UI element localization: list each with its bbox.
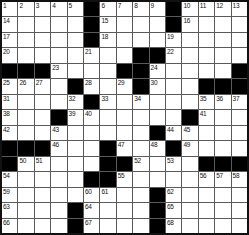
cell-r12c1[interactable]: 54 [2,172,17,186]
cell-r13c4[interactable] [51,188,66,202]
clue-number: 62 [167,188,174,195]
cell-r1c12[interactable]: 10 [182,2,197,16]
cell-r4c4[interactable] [51,48,66,62]
cell-r9c7[interactable] [100,126,115,140]
cell-r3c9[interactable] [133,33,148,47]
cell-r9c6[interactable] [84,126,99,140]
cell-r5c10[interactable]: 24 [150,64,165,78]
cell-r8c5[interactable]: 39 [68,110,83,124]
cell-r12c5[interactable] [68,172,83,186]
clue-number: 6 [101,2,104,9]
block-cell-r11c7 [100,157,115,171]
cell-r14c11[interactable]: 65 [166,203,181,217]
clue-number: 18 [101,33,108,40]
block-cell-r12c6 [84,172,99,186]
cell-r6c8[interactable]: 29 [117,79,132,93]
cell-r15c1[interactable]: 66 [2,219,17,233]
cell-r5c5[interactable] [68,64,83,78]
clue-number: 43 [52,126,59,133]
cell-r1c13[interactable]: 11 [199,2,214,16]
clue-number: 9 [151,2,154,9]
cell-r12c4[interactable] [51,172,66,186]
cell-r7c9[interactable]: 34 [133,95,148,109]
cell-r15c2[interactable] [18,219,33,233]
cell-r7c5[interactable]: 32 [68,95,83,109]
cell-r9c15[interactable] [232,126,247,140]
clue-number: 14 [3,17,10,24]
block-cell-r5c15 [232,64,247,78]
cell-r2c5[interactable] [68,17,83,31]
clue-number: 65 [167,203,174,210]
cell-r5c6[interactable] [84,64,99,78]
cell-r1c15[interactable]: 13 [232,2,247,16]
cell-r9c14[interactable] [215,126,230,140]
cell-r14c12[interactable] [182,203,197,217]
cell-r14c7[interactable] [100,203,115,217]
cell-r2c3[interactable] [35,17,50,31]
block-cell-r11c15 [232,157,247,171]
cell-r8c1[interactable]: 38 [2,110,17,124]
block-cell-r3c6 [84,33,99,47]
cell-r8c11[interactable] [166,110,181,124]
cell-r15c15[interactable] [232,219,247,233]
cell-r10c6[interactable] [84,141,99,155]
clue-number: 28 [85,79,92,86]
cell-r10c15[interactable] [232,141,247,155]
cell-r2c2[interactable] [18,17,33,31]
cell-r15c4[interactable] [51,219,66,233]
cell-r8c15[interactable] [232,110,247,124]
clue-number: 54 [3,172,10,179]
cell-r3c15[interactable] [232,33,247,47]
clue-number: 15 [101,17,108,24]
cell-r10c4[interactable]: 46 [51,141,66,155]
cell-r5c13[interactable] [199,64,214,78]
clue-number: 13 [233,2,240,9]
cell-r14c15[interactable] [232,203,247,217]
cell-r2c4[interactable] [51,17,66,31]
block-cell-r14c10 [150,203,165,217]
block-cell-r13c10 [150,188,165,202]
clue-number: 27 [36,79,43,86]
block-cell-r8c12 [182,110,197,124]
clue-number: 44 [167,126,174,133]
block-cell-r14c5 [68,203,83,217]
cell-r11c12[interactable] [182,157,197,171]
clue-number: 68 [167,219,174,226]
cell-r8c6[interactable]: 40 [84,110,99,124]
cell-r5c11[interactable] [166,64,181,78]
clue-number: 12 [216,2,223,9]
clue-number: 3 [36,2,39,9]
cell-r9c4[interactable]: 43 [51,126,66,140]
cell-r12c11[interactable] [166,172,181,186]
cell-r14c6[interactable]: 64 [84,203,99,217]
cell-r12c9[interactable] [133,172,148,186]
clue-number: 50 [19,157,26,164]
clue-number: 38 [3,110,10,117]
cell-r11c11[interactable]: 53 [166,157,181,171]
block-cell-r6c13 [199,79,214,93]
cell-r2c8[interactable] [117,17,132,31]
clue-number: 61 [101,188,108,195]
cell-r14c3[interactable] [35,203,50,217]
cell-r12c3[interactable] [35,172,50,186]
clue-number: 4 [52,2,55,9]
cell-r7c11[interactable] [166,95,181,109]
cell-r5c12[interactable] [182,64,197,78]
block-cell-r10c2 [18,141,33,155]
cell-r13c7[interactable]: 61 [100,188,115,202]
cell-r6c11[interactable] [166,79,181,93]
block-cell-r5c9 [133,64,148,78]
block-cell-r5c3 [35,64,50,78]
cell-r1c8[interactable]: 7 [117,2,132,16]
cell-r13c1[interactable]: 59 [2,188,17,202]
cell-r4c11[interactable]: 22 [166,48,181,62]
cell-r3c7[interactable]: 18 [100,33,115,47]
cell-r7c12[interactable] [182,95,197,109]
block-cell-r1c6 [84,2,99,16]
cell-r9c13[interactable] [199,126,214,140]
block-cell-r10c11 [166,141,181,155]
cell-r8c9[interactable] [133,110,148,124]
crossword-board: 1234567891011121314151617181920212223242… [0,0,249,235]
block-cell-r5c8 [117,64,132,78]
block-cell-r6c5 [68,79,83,93]
cell-r4c7[interactable] [100,48,115,62]
block-cell-r11c8 [117,157,132,171]
cell-r8c3[interactable] [35,110,50,124]
cell-r4c12[interactable] [182,48,197,62]
block-cell-r4c10 [150,48,165,62]
cell-r15c9[interactable] [133,219,148,233]
clue-number: 55 [118,172,125,179]
cell-r13c8[interactable] [117,188,132,202]
cell-r9c2[interactable] [18,126,33,140]
cell-r3c14[interactable] [215,33,230,47]
cell-r10c9[interactable] [133,141,148,155]
cell-r4c8[interactable] [117,48,132,62]
cell-r13c2[interactable] [18,188,33,202]
clue-number: 51 [36,157,43,164]
cell-r7c7[interactable]: 33 [100,95,115,109]
cell-r8c10[interactable] [150,110,165,124]
clue-number: 46 [52,141,59,148]
cell-r12c10[interactable] [150,172,165,186]
cell-r4c6[interactable]: 21 [84,48,99,62]
clue-number: 26 [19,79,26,86]
cell-r12c2[interactable] [18,172,33,186]
cell-r1c7[interactable]: 6 [100,2,115,16]
cell-r2c9[interactable] [133,17,148,31]
cell-r2c13[interactable] [199,17,214,31]
clue-number: 59 [3,188,10,195]
clue-number: 67 [85,219,92,226]
clue-number: 64 [85,203,92,210]
cell-r15c7[interactable] [100,219,115,233]
cell-r11c5[interactable] [68,157,83,171]
clue-number: 66 [3,219,10,226]
clue-number: 52 [134,157,141,164]
cell-r3c10[interactable] [150,33,165,47]
cell-r2c12[interactable]: 16 [182,17,197,31]
cell-r9c12[interactable]: 45 [182,126,197,140]
crossword-grid: 1234567891011121314151617181920212223242… [0,0,249,235]
clue-number: 17 [3,33,10,40]
cell-r15c3[interactable] [35,219,50,233]
block-cell-r12c7 [100,172,115,186]
clue-number: 11 [200,2,206,9]
cell-r10c12[interactable]: 49 [182,141,197,155]
cell-r4c2[interactable] [18,48,33,62]
cell-r5c14[interactable] [215,64,230,78]
cell-r13c12[interactable] [182,188,197,202]
block-cell-r10c7 [100,141,115,155]
cell-r9c1[interactable]: 42 [2,126,17,140]
cell-r1c2[interactable]: 2 [18,2,33,16]
cell-r10c14[interactable] [215,141,230,155]
block-cell-r15c5 [68,219,83,233]
clue-number: 8 [134,2,137,9]
cell-r3c2[interactable] [18,33,33,47]
cell-r11c9[interactable]: 52 [133,157,148,171]
clue-number: 63 [3,203,10,210]
cell-r8c7[interactable] [100,110,115,124]
cell-r1c4[interactable]: 4 [51,2,66,16]
clue-number: 60 [85,188,92,195]
clue-number: 41 [200,110,207,117]
cell-r8c8[interactable] [117,110,132,124]
cell-r6c12[interactable] [182,79,197,93]
block-cell-r5c2 [18,64,33,78]
cell-r4c13[interactable] [199,48,214,62]
cell-r1c9[interactable]: 8 [133,2,148,16]
cell-r13c6[interactable]: 60 [84,188,99,202]
cell-r11c3[interactable]: 51 [35,157,50,171]
cell-r6c1[interactable]: 25 [2,79,17,93]
cell-r8c14[interactable] [215,110,230,124]
cell-r1c5[interactable]: 5 [68,2,83,16]
clue-number: 56 [200,172,207,179]
block-cell-r6c14 [215,79,230,93]
cell-r10c8[interactable]: 47 [117,141,132,155]
clue-number: 23 [52,64,59,71]
clue-number: 1 [3,2,6,9]
cell-r2c1[interactable]: 14 [2,17,17,31]
clue-number: 16 [183,17,190,24]
cell-r9c11[interactable]: 44 [166,126,181,140]
clue-number: 2 [19,2,22,9]
cell-r14c9[interactable] [133,203,148,217]
clue-number: 45 [183,126,190,133]
block-cell-r8c4 [51,110,66,124]
cell-r7c2[interactable] [18,95,33,109]
cell-r11c6[interactable] [84,157,99,171]
cell-r13c15[interactable] [232,188,247,202]
clue-number: 57 [216,172,223,179]
clue-number: 48 [151,141,158,148]
cell-r6c10[interactable]: 30 [150,79,165,93]
cell-r15c6[interactable]: 67 [84,219,99,233]
block-cell-r2c11 [166,17,181,31]
clue-number: 47 [118,141,125,148]
cell-r12c13[interactable]: 56 [199,172,214,186]
cell-r13c13[interactable] [199,188,214,202]
cell-r13c11[interactable]: 62 [166,188,181,202]
clue-number: 37 [233,95,240,102]
cell-r10c13[interactable] [199,141,214,155]
clue-number: 22 [167,48,174,55]
cell-r13c5[interactable] [68,188,83,202]
block-cell-r15c10 [150,219,165,233]
cell-r12c14[interactable]: 57 [215,172,230,186]
cell-r12c15[interactable]: 58 [232,172,247,186]
clue-number: 42 [3,126,10,133]
block-cell-r10c1 [2,141,17,155]
cell-r3c3[interactable] [35,33,50,47]
cell-r13c9[interactable] [133,188,148,202]
block-cell-r11c13 [199,157,214,171]
cell-r3c4[interactable] [51,33,66,47]
cell-r7c8[interactable] [117,95,132,109]
block-cell-r11c1 [2,157,17,171]
cell-r14c14[interactable] [215,203,230,217]
cell-r7c4[interactable] [51,95,66,109]
block-cell-r7c6 [84,95,99,109]
cell-r4c14[interactable] [215,48,230,62]
cell-r1c10[interactable]: 9 [150,2,165,16]
cell-r4c1[interactable]: 20 [2,48,17,62]
cell-r2c15[interactable] [232,17,247,31]
cell-r3c11[interactable]: 19 [166,33,181,47]
cell-r15c12[interactable] [182,219,197,233]
clue-number: 19 [167,33,174,40]
cell-r7c14[interactable]: 36 [215,95,230,109]
clue-number: 58 [233,172,240,179]
clue-number: 10 [183,2,190,9]
block-cell-r6c15 [232,79,247,93]
cell-r2c7[interactable]: 15 [100,17,115,31]
cell-r14c2[interactable] [18,203,33,217]
cell-r7c3[interactable] [35,95,50,109]
cell-r14c4[interactable] [51,203,66,217]
cell-r15c13[interactable] [199,219,214,233]
cell-r2c10[interactable] [150,17,165,31]
cell-r11c4[interactable] [51,157,66,171]
cell-r5c7[interactable] [100,64,115,78]
cell-r11c2[interactable]: 50 [18,157,33,171]
cell-r15c11[interactable]: 68 [166,219,181,233]
cell-r9c3[interactable] [35,126,50,140]
cell-r1c14[interactable]: 12 [215,2,230,16]
clue-number: 53 [167,157,174,164]
cell-r7c10[interactable] [150,95,165,109]
cell-r14c8[interactable] [117,203,132,217]
clue-number: 33 [101,95,108,102]
cell-r8c13[interactable]: 41 [199,110,214,124]
block-cell-r1c11 [166,2,181,16]
cell-r12c12[interactable] [182,172,197,186]
cell-r7c15[interactable]: 37 [232,95,247,109]
clue-number: 34 [134,95,141,102]
clue-number: 35 [200,95,207,102]
cell-r4c5[interactable] [68,48,83,62]
cell-r12c8[interactable]: 55 [117,172,132,186]
cell-r15c8[interactable] [117,219,132,233]
block-cell-r2c6 [84,17,99,31]
cell-r9c9[interactable] [133,126,148,140]
cell-r6c4[interactable] [51,79,66,93]
cell-r3c12[interactable] [182,33,197,47]
cell-r11c10[interactable] [150,157,165,171]
clue-number: 40 [85,110,92,117]
cell-r6c2[interactable]: 26 [18,79,33,93]
clue-number: 29 [118,79,125,86]
cell-r5c4[interactable]: 23 [51,64,66,78]
cell-r4c15[interactable] [232,48,247,62]
cell-r9c5[interactable] [68,126,83,140]
block-cell-r10c3 [35,141,50,155]
block-cell-r6c9 [133,79,148,93]
clue-number: 24 [151,64,158,71]
cell-r6c6[interactable]: 28 [84,79,99,93]
clue-number: 5 [69,2,72,9]
cell-r10c5[interactable] [68,141,83,155]
cell-r13c3[interactable] [35,188,50,202]
cell-r13c14[interactable] [215,188,230,202]
clue-number: 36 [216,95,223,102]
cell-r1c1[interactable]: 1 [2,2,17,16]
cell-r7c1[interactable]: 31 [2,95,17,109]
cell-r3c13[interactable] [199,33,214,47]
clue-number: 21 [85,48,92,55]
cell-r7c13[interactable]: 35 [199,95,214,109]
block-cell-r9c10 [150,126,165,140]
cell-r3c8[interactable] [117,33,132,47]
cell-r1c3[interactable]: 3 [35,2,50,16]
cell-r2c14[interactable] [215,17,230,31]
block-cell-r4c9 [133,48,148,62]
cell-r6c3[interactable]: 27 [35,79,50,93]
cell-r4c3[interactable] [35,48,50,62]
cell-r3c5[interactable] [68,33,83,47]
clue-number: 7 [118,2,121,9]
cell-r6c7[interactable] [100,79,115,93]
clue-number: 31 [3,95,10,102]
cell-r3c1[interactable]: 17 [2,33,17,47]
clue-number: 25 [3,79,10,86]
block-cell-r11c14 [215,157,230,171]
cell-r9c8[interactable] [117,126,132,140]
clue-number: 20 [3,48,10,55]
clue-number: 49 [183,141,190,148]
cell-r14c13[interactable] [199,203,214,217]
cell-r8c2[interactable] [18,110,33,124]
cell-r15c14[interactable] [215,219,230,233]
clue-number: 39 [69,110,76,117]
clue-number: 30 [151,79,158,86]
cell-r10c10[interactable]: 48 [150,141,165,155]
clue-number: 32 [69,95,76,102]
block-cell-r5c1 [2,64,17,78]
cell-r14c1[interactable]: 63 [2,203,17,217]
